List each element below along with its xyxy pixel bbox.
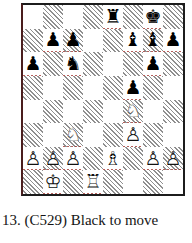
square-d5	[83, 76, 103, 100]
black-bishop-icon: ♝	[143, 29, 163, 53]
black-pawn-icon: ♟	[63, 29, 83, 53]
square-d8	[83, 5, 103, 29]
square-d6	[83, 52, 103, 76]
square-g2-white-p-piece[interactable]: ♟♙	[143, 147, 163, 171]
square-b1-white-k-piece[interactable]: ♚♔	[43, 170, 63, 194]
square-c3-white-n-piece[interactable]: ♞♘	[63, 123, 83, 147]
square-a8	[23, 5, 43, 29]
square-g8-black-k-piece[interactable]: ♚	[143, 5, 163, 29]
white-pawn-icon: ♟♙	[123, 123, 143, 147]
white-knight-icon: ♞♘	[123, 100, 143, 124]
square-h8	[163, 5, 183, 29]
square-d1-white-r-piece[interactable]: ♜♖	[83, 170, 103, 194]
square-f3-white-p-piece[interactable]: ♟♙	[123, 123, 143, 147]
square-f5-black-p-piece[interactable]: ♟	[123, 76, 143, 100]
chess-board: ♜♚♟♟♝♝♟♟♞♟♟♞♘♞♘♟♙♟♙♟♙♟♙♝♗♟♙♟♙♚♔♜♖	[21, 3, 185, 196]
white-bishop-icon: ♝♗	[103, 147, 123, 171]
square-c7-black-p-piece[interactable]: ♟	[63, 29, 83, 53]
square-c6-black-n-piece[interactable]: ♞	[63, 52, 83, 76]
square-e7	[103, 29, 123, 53]
square-c5	[63, 76, 83, 100]
white-knight-icon: ♞♘	[63, 123, 83, 147]
square-g4	[143, 100, 163, 124]
square-h1	[163, 170, 183, 194]
square-a7	[23, 29, 43, 53]
square-h5	[163, 76, 183, 100]
square-h2-white-p-piece[interactable]: ♟♙	[163, 147, 183, 171]
square-a1	[23, 170, 43, 194]
square-e8-black-r-piece[interactable]: ♜	[103, 5, 123, 29]
black-pawn-icon: ♟	[143, 52, 163, 76]
square-d3	[83, 123, 103, 147]
white-pawn-icon: ♟♙	[163, 147, 183, 171]
square-a6-black-p-piece[interactable]: ♟	[23, 52, 43, 76]
black-pawn-icon: ♟	[43, 29, 63, 53]
square-e2-white-b-piece[interactable]: ♝♗	[103, 147, 123, 171]
square-b8	[43, 5, 63, 29]
square-h6	[163, 52, 183, 76]
square-d4	[83, 100, 103, 124]
square-e4	[103, 100, 123, 124]
square-f2	[123, 147, 143, 171]
square-b4	[43, 100, 63, 124]
square-a4	[23, 100, 43, 124]
square-b2-white-p-piece[interactable]: ♟♙	[43, 147, 63, 171]
square-d2	[83, 147, 103, 171]
square-g6-black-p-piece[interactable]: ♟	[143, 52, 163, 76]
white-pawn-icon: ♟♙	[63, 147, 83, 171]
square-e6	[103, 52, 123, 76]
square-h3	[163, 123, 183, 147]
black-king-icon: ♚	[143, 5, 163, 29]
square-g5	[143, 76, 163, 100]
square-d7	[83, 29, 103, 53]
square-a3	[23, 123, 43, 147]
square-g1	[143, 170, 163, 194]
white-pawn-icon: ♟♙	[43, 147, 63, 171]
square-b6	[43, 52, 63, 76]
black-rook-icon: ♜	[103, 5, 123, 29]
black-pawn-icon: ♟	[163, 29, 183, 53]
square-g7-black-b-piece[interactable]: ♝	[143, 29, 163, 53]
square-b3	[43, 123, 63, 147]
diagram-caption: 13. (C529) Black to move	[0, 212, 192, 229]
white-rook-icon: ♜♖	[83, 170, 103, 194]
square-h7-black-p-piece[interactable]: ♟	[163, 29, 183, 53]
square-f7-black-b-piece[interactable]: ♝	[123, 29, 143, 53]
square-b7-black-p-piece[interactable]: ♟	[43, 29, 63, 53]
black-knight-icon: ♞	[63, 52, 83, 76]
square-a5	[23, 76, 43, 100]
square-f1	[123, 170, 143, 194]
white-king-icon: ♚♔	[43, 170, 63, 194]
white-pawn-icon: ♟♙	[143, 147, 163, 171]
square-f4-white-n-piece[interactable]: ♞♘	[123, 100, 143, 124]
square-c4	[63, 100, 83, 124]
square-g3	[143, 123, 163, 147]
black-pawn-icon: ♟	[123, 76, 143, 100]
chess-diagram-page: ♜♚♟♟♝♝♟♟♞♟♟♞♘♞♘♟♙♟♙♟♙♟♙♝♗♟♙♟♙♚♔♜♖ 13. (C…	[0, 0, 192, 243]
black-pawn-icon: ♟	[23, 52, 43, 76]
square-f6	[123, 52, 143, 76]
square-b5	[43, 76, 63, 100]
square-c2-white-p-piece[interactable]: ♟♙	[63, 147, 83, 171]
square-c8	[63, 5, 83, 29]
white-pawn-icon: ♟♙	[23, 147, 43, 171]
square-e3	[103, 123, 123, 147]
square-h4	[163, 100, 183, 124]
square-c1	[63, 170, 83, 194]
square-e5	[103, 76, 123, 100]
square-e1	[103, 170, 123, 194]
black-bishop-icon: ♝	[123, 29, 143, 53]
square-a2-white-p-piece[interactable]: ♟♙	[23, 147, 43, 171]
square-f8	[123, 5, 143, 29]
